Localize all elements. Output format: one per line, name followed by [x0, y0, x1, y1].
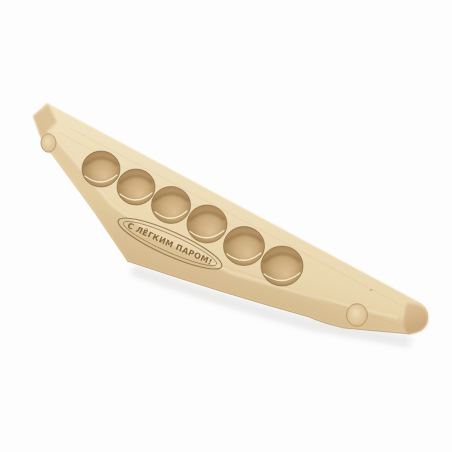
- pit-6[interactable]: [261, 246, 303, 286]
- pit-5[interactable]: [224, 227, 265, 266]
- wood-knot: [369, 289, 372, 291]
- peg-right: [347, 304, 368, 327]
- product-photo-canvas: С ЛЁГКИМ ПАРОМ!: [0, 0, 452, 452]
- pit-2[interactable]: [117, 169, 155, 205]
- pit-4[interactable]: [187, 205, 227, 243]
- peg-left: [41, 134, 56, 153]
- mancala-board-photo: С ЛЁГКИМ ПАРОМ!: [0, 0, 452, 452]
- pit-1[interactable]: [82, 151, 120, 187]
- pit-3[interactable]: [152, 187, 191, 224]
